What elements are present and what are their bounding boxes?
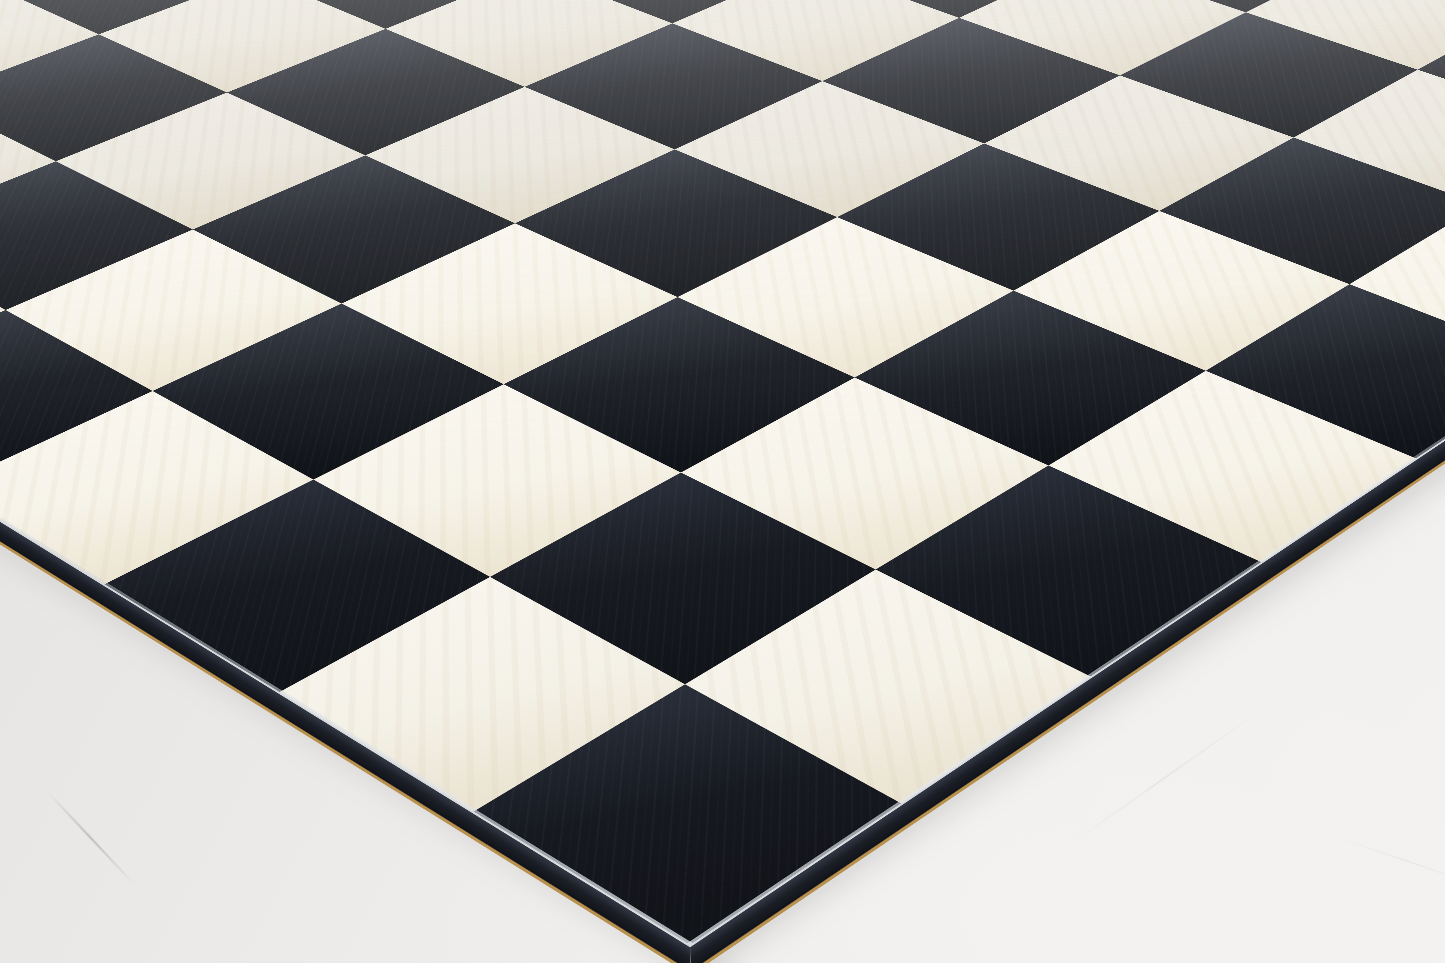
board-surface	[0, 0, 1445, 945]
backdrop-scratch	[1072, 710, 1261, 843]
backdrop-scratch	[47, 791, 134, 884]
backdrop-scratch	[1337, 837, 1445, 887]
photo-world	[0, 0, 1445, 963]
chessboard	[0, 0, 1445, 945]
photo-backdrop	[0, 0, 1445, 963]
